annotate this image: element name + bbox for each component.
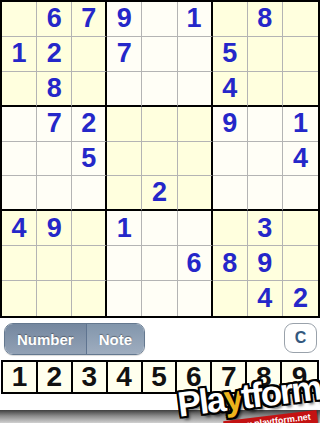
cell-r8c1[interactable] bbox=[2, 246, 37, 281]
cell-r5c2[interactable] bbox=[37, 142, 72, 177]
cell-r5c5[interactable] bbox=[142, 142, 177, 177]
cell-r3c1[interactable] bbox=[2, 72, 37, 107]
watermark-brand-part3: tform bbox=[238, 367, 320, 415]
cell-r5c3[interactable]: 5 bbox=[72, 142, 107, 177]
sudoku-board: 679181275847291542491368942 bbox=[0, 0, 320, 318]
cell-r5c4[interactable] bbox=[107, 142, 142, 177]
cell-r4c4[interactable] bbox=[107, 107, 142, 142]
numpad-key-5[interactable]: 5 bbox=[143, 362, 178, 392]
cell-r9c4[interactable] bbox=[107, 281, 142, 316]
cell-r3c9[interactable] bbox=[283, 72, 318, 107]
cell-r4c9[interactable]: 1 bbox=[283, 107, 318, 142]
cell-r4c3[interactable]: 2 bbox=[72, 107, 107, 142]
cell-r4c7[interactable]: 9 bbox=[213, 107, 248, 142]
cell-r2c9[interactable] bbox=[283, 37, 318, 72]
cell-r9c9[interactable]: 2 bbox=[283, 281, 318, 316]
cell-r5c8[interactable] bbox=[248, 142, 283, 177]
cell-r8c3[interactable] bbox=[72, 246, 107, 281]
cell-r2c2[interactable]: 2 bbox=[37, 37, 72, 72]
watermark-brand-part1: Pla bbox=[175, 379, 226, 423]
cell-r9c1[interactable] bbox=[2, 281, 37, 316]
cell-r1c3[interactable]: 7 bbox=[72, 2, 107, 37]
cell-r5c6[interactable] bbox=[178, 142, 213, 177]
cell-r2c1[interactable]: 1 bbox=[2, 37, 37, 72]
cell-r9c7[interactable] bbox=[213, 281, 248, 316]
numpad-key-1[interactable]: 1 bbox=[3, 362, 38, 392]
cell-r5c1[interactable] bbox=[2, 142, 37, 177]
cell-r2c5[interactable] bbox=[142, 37, 177, 72]
cell-r3c3[interactable] bbox=[72, 72, 107, 107]
cell-r9c8[interactable]: 4 bbox=[248, 281, 283, 316]
cell-r1c2[interactable]: 6 bbox=[37, 2, 72, 37]
cell-r1c1[interactable] bbox=[2, 2, 37, 37]
cell-r8c8[interactable]: 9 bbox=[248, 246, 283, 281]
cell-r7c3[interactable] bbox=[72, 211, 107, 246]
cell-r7c5[interactable] bbox=[142, 211, 177, 246]
cell-r9c5[interactable] bbox=[142, 281, 177, 316]
cell-r7c7[interactable] bbox=[213, 211, 248, 246]
cell-r3c8[interactable] bbox=[248, 72, 283, 107]
cell-r6c8[interactable] bbox=[248, 176, 283, 211]
cell-r8c9[interactable] bbox=[283, 246, 318, 281]
cell-r7c1[interactable]: 4 bbox=[2, 211, 37, 246]
cell-r8c5[interactable] bbox=[142, 246, 177, 281]
cell-r3c6[interactable] bbox=[178, 72, 213, 107]
cell-r6c2[interactable] bbox=[37, 176, 72, 211]
cell-r3c7[interactable]: 4 bbox=[213, 72, 248, 107]
cell-r8c6[interactable]: 6 bbox=[178, 246, 213, 281]
mode-note-button[interactable]: Note bbox=[87, 324, 144, 354]
cell-r2c3[interactable] bbox=[72, 37, 107, 72]
cell-r9c3[interactable] bbox=[72, 281, 107, 316]
cell-r8c7[interactable]: 8 bbox=[213, 246, 248, 281]
cell-r4c6[interactable] bbox=[178, 107, 213, 142]
cell-r7c8[interactable]: 3 bbox=[248, 211, 283, 246]
cell-r6c6[interactable] bbox=[178, 176, 213, 211]
mode-number-button[interactable]: Number bbox=[5, 324, 87, 354]
cell-r2c7[interactable]: 5 bbox=[213, 37, 248, 72]
cell-r5c7[interactable] bbox=[213, 142, 248, 177]
cell-r6c4[interactable] bbox=[107, 176, 142, 211]
cell-r3c2[interactable]: 8 bbox=[37, 72, 72, 107]
cell-r1c8[interactable]: 8 bbox=[248, 2, 283, 37]
cell-r3c5[interactable] bbox=[142, 72, 177, 107]
cell-r9c2[interactable] bbox=[37, 281, 72, 316]
cell-r4c5[interactable] bbox=[142, 107, 177, 142]
cell-r9c6[interactable] bbox=[178, 281, 213, 316]
mode-segmented-control: Number Note bbox=[4, 323, 145, 355]
cell-r2c4[interactable]: 7 bbox=[107, 37, 142, 72]
cell-r6c7[interactable] bbox=[213, 176, 248, 211]
cell-r2c6[interactable] bbox=[178, 37, 213, 72]
numpad-key-3[interactable]: 3 bbox=[73, 362, 108, 392]
cell-r4c2[interactable]: 7 bbox=[37, 107, 72, 142]
cell-r4c8[interactable] bbox=[248, 107, 283, 142]
cell-r6c5[interactable]: 2 bbox=[142, 176, 177, 211]
cell-r1c5[interactable] bbox=[142, 2, 177, 37]
cell-r7c4[interactable]: 1 bbox=[107, 211, 142, 246]
cell-r6c9[interactable] bbox=[283, 176, 318, 211]
cell-r1c7[interactable] bbox=[213, 2, 248, 37]
cell-r4c1[interactable] bbox=[2, 107, 37, 142]
clear-button[interactable]: C bbox=[284, 323, 317, 353]
cell-r1c4[interactable]: 9 bbox=[107, 2, 142, 37]
cell-r7c6[interactable] bbox=[178, 211, 213, 246]
cell-r2c8[interactable] bbox=[248, 37, 283, 72]
cell-r8c4[interactable] bbox=[107, 246, 142, 281]
numpad-key-4[interactable]: 4 bbox=[108, 362, 143, 392]
numpad-key-2[interactable]: 2 bbox=[38, 362, 73, 392]
cell-r5c9[interactable]: 4 bbox=[283, 142, 318, 177]
cell-r6c3[interactable] bbox=[72, 176, 107, 211]
cell-r1c6[interactable]: 1 bbox=[178, 2, 213, 37]
cell-r1c9[interactable] bbox=[283, 2, 318, 37]
cell-r6c1[interactable] bbox=[2, 176, 37, 211]
cell-r7c2[interactable]: 9 bbox=[37, 211, 72, 246]
cell-r3c4[interactable] bbox=[107, 72, 142, 107]
cell-r8c2[interactable] bbox=[37, 246, 72, 281]
cell-r7c9[interactable] bbox=[283, 211, 318, 246]
